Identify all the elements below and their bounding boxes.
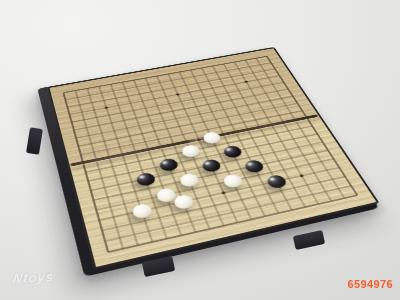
case-foot-bottom-right (293, 230, 325, 250)
go-board-surface: ●●●●●●○○○○○○○ (47, 47, 379, 269)
product-photo-scene: ●●●●●●○○○○○○○ Ntoys 6594976 (0, 0, 400, 300)
item-number-watermark: 6594976 (347, 278, 393, 290)
brand-watermark: Ntoys (12, 269, 55, 286)
case-foot-left (26, 127, 43, 155)
